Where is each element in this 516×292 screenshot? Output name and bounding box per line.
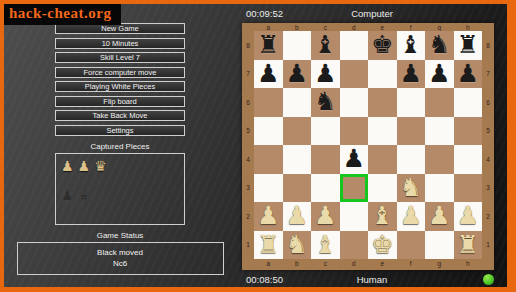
- settings-button[interactable]: Settings: [55, 125, 185, 136]
- square-b8[interactable]: [283, 31, 312, 60]
- coord-label-8: 8: [482, 31, 494, 60]
- piece-black-pawn: ♟: [283, 60, 312, 89]
- human-turn-slot: [448, 274, 508, 285]
- piece-black-pawn: ♟: [397, 60, 426, 89]
- piece-white-pawn: ♟: [311, 202, 340, 231]
- square-e4[interactable]: [368, 145, 397, 174]
- piece-black-pawn: ♟: [340, 145, 369, 174]
- rank-labels-right: 87654321: [482, 31, 494, 259]
- flip-board-button[interactable]: Flip board: [55, 96, 185, 107]
- square-g6[interactable]: [425, 88, 454, 117]
- piece-white-knight: ♞: [283, 231, 312, 260]
- coord-label-g: g: [425, 259, 454, 270]
- piece-white-bishop: ♝: [368, 202, 397, 231]
- square-g2[interactable]: ♟: [425, 202, 454, 231]
- app-window: hack-cheat.org New Game10 MinutesSkill L…: [0, 0, 516, 292]
- square-a3[interactable]: [254, 174, 283, 203]
- coord-label-1: 1: [482, 231, 494, 260]
- square-e8[interactable]: ♚: [368, 31, 397, 60]
- square-b6[interactable]: [283, 88, 312, 117]
- square-b7[interactable]: ♟: [283, 60, 312, 89]
- square-c1[interactable]: ♝: [311, 231, 340, 260]
- human-clock-row: 00:08:50 Human: [236, 270, 508, 289]
- coord-label-c: c: [311, 259, 340, 270]
- coord-label-5: 5: [242, 117, 254, 146]
- computer-label: Computer: [296, 8, 448, 19]
- square-g5[interactable]: [425, 117, 454, 146]
- piece-black-knight: ♞: [425, 31, 454, 60]
- square-d5[interactable]: [340, 117, 369, 146]
- 10-minutes-button[interactable]: 10 Minutes: [55, 38, 185, 49]
- square-h8[interactable]: ♜: [454, 31, 483, 60]
- captured-black-pawn: ♟: [61, 188, 74, 203]
- piece-white-knight: ♞: [397, 174, 426, 203]
- square-c3[interactable]: [311, 174, 340, 203]
- square-f7[interactable]: ♟: [397, 60, 426, 89]
- computer-clock-row: 00:09:52 Computer: [236, 4, 508, 23]
- square-h1[interactable]: ♜: [454, 231, 483, 260]
- game-status-box: Black moved Nc6: [17, 242, 224, 275]
- sidebar: New Game10 MinutesSkill Level 7Force com…: [4, 4, 236, 287]
- coord-label-2: 2: [482, 202, 494, 231]
- piece-white-bishop: ♝: [311, 231, 340, 260]
- coord-label-2: 2: [242, 202, 254, 231]
- captured-white-pawn: ♟: [61, 159, 74, 174]
- square-a4[interactable]: [254, 145, 283, 174]
- board-squares: ♜♝♚♝♞♜♟♟♟♟♟♟♞♟♞♟♟♟♝♟♟♟♜♞♝♚♜: [254, 31, 482, 259]
- coord-label-3: 3: [482, 174, 494, 203]
- piece-white-pawn: ♟: [425, 202, 454, 231]
- square-e7[interactable]: [368, 60, 397, 89]
- piece-white-pawn: ♟: [254, 202, 283, 231]
- square-a1[interactable]: ♜: [254, 231, 283, 260]
- computer-clock: 00:09:52: [236, 8, 296, 19]
- coord-label-6: 6: [482, 88, 494, 117]
- coord-label-d: d: [340, 259, 369, 270]
- square-g7[interactable]: ♟: [425, 60, 454, 89]
- square-c4[interactable]: [311, 145, 340, 174]
- menu-buttons: New Game10 MinutesSkill Level 7Force com…: [4, 23, 236, 136]
- game-status-label: Game Status: [4, 231, 236, 240]
- square-a6[interactable]: [254, 88, 283, 117]
- square-c8[interactable]: ♝: [311, 31, 340, 60]
- captured-white-pieces: ♟♟♛: [61, 158, 184, 174]
- square-g1[interactable]: [425, 231, 454, 260]
- square-e5[interactable]: [368, 117, 397, 146]
- captured-black-queen: ♛: [78, 188, 91, 203]
- coord-label-4: 4: [242, 145, 254, 174]
- piece-white-rook: ♜: [454, 231, 483, 260]
- square-e2[interactable]: ♝: [368, 202, 397, 231]
- square-f1[interactable]: [397, 231, 426, 260]
- square-a5[interactable]: [254, 117, 283, 146]
- captured-black-pieces: ♟♛: [61, 187, 184, 203]
- square-a2[interactable]: ♟: [254, 202, 283, 231]
- captured-pieces-box: ♟♟♛ ♟♛: [55, 153, 185, 225]
- square-b5[interactable]: [283, 117, 312, 146]
- coord-label-e: e: [368, 259, 397, 270]
- force-computer-move-button[interactable]: Force computer move: [55, 67, 185, 78]
- piece-white-pawn: ♟: [283, 202, 312, 231]
- captured-white-pawn: ♟: [78, 159, 91, 174]
- piece-black-rook: ♜: [454, 31, 483, 60]
- square-d8[interactable]: [340, 31, 369, 60]
- captured-pieces-label: Captured Pieces: [4, 142, 236, 151]
- piece-white-king: ♚: [368, 231, 397, 260]
- coord-label-8: 8: [242, 31, 254, 60]
- square-h3[interactable]: [454, 174, 483, 203]
- piece-white-rook: ♜: [254, 231, 283, 260]
- coord-label-1: 1: [242, 231, 254, 260]
- playing-white-pieces-button[interactable]: Playing White Pieces: [55, 81, 185, 92]
- square-h6[interactable]: [454, 88, 483, 117]
- square-c7[interactable]: ♟: [311, 60, 340, 89]
- coord-label-h: h: [454, 259, 483, 270]
- coord-label-7: 7: [242, 60, 254, 89]
- square-g3[interactable]: [425, 174, 454, 203]
- skill-level-7-button[interactable]: Skill Level 7: [55, 52, 185, 63]
- square-a7[interactable]: ♟: [254, 60, 283, 89]
- piece-black-bishop: ♝: [311, 31, 340, 60]
- square-d3[interactable]: [340, 174, 369, 203]
- square-e6[interactable]: [368, 88, 397, 117]
- square-f2[interactable]: ♟: [397, 202, 426, 231]
- piece-black-pawn: ♟: [425, 60, 454, 89]
- square-b3[interactable]: [283, 174, 312, 203]
- square-d4[interactable]: ♟: [340, 145, 369, 174]
- coord-label-4: 4: [482, 145, 494, 174]
- piece-white-pawn: ♟: [454, 202, 483, 231]
- coord-label-3: 3: [242, 174, 254, 203]
- square-f5[interactable]: [397, 117, 426, 146]
- square-b2[interactable]: ♟: [283, 202, 312, 231]
- rank-labels-left: 87654321: [242, 31, 254, 259]
- square-d7[interactable]: [340, 60, 369, 89]
- square-g8[interactable]: ♞: [425, 31, 454, 60]
- board-panel: 00:09:52 Computer abcdefgh 87654321 ♜♝♚♝…: [236, 4, 508, 287]
- coord-label-b: b: [283, 259, 312, 270]
- square-b1[interactable]: ♞: [283, 231, 312, 260]
- status-line-2: Nc6: [18, 258, 223, 269]
- square-h7[interactable]: ♟: [454, 60, 483, 89]
- status-line-1: Black moved: [18, 247, 223, 258]
- coord-label-7: 7: [482, 60, 494, 89]
- human-label: Human: [296, 274, 448, 285]
- piece-black-pawn: ♟: [454, 60, 483, 89]
- piece-black-king: ♚: [368, 31, 397, 60]
- coord-label-f: f: [397, 259, 426, 270]
- square-h5[interactable]: [454, 117, 483, 146]
- square-f4[interactable]: [397, 145, 426, 174]
- piece-black-bishop: ♝: [397, 31, 426, 60]
- coord-label-a: a: [254, 259, 283, 270]
- square-c2[interactable]: ♟: [311, 202, 340, 231]
- turn-indicator-dot: [483, 274, 494, 285]
- piece-black-pawn: ♟: [254, 60, 283, 89]
- square-f8[interactable]: ♝: [397, 31, 426, 60]
- square-e1[interactable]: ♚: [368, 231, 397, 260]
- coord-label-5: 5: [482, 117, 494, 146]
- take-back-move-button[interactable]: Take Back Move: [55, 110, 185, 121]
- file-labels-bottom: abcdefgh: [254, 259, 494, 270]
- watermark: hack-cheat.org: [3, 3, 121, 25]
- square-c6[interactable]: ♞: [311, 88, 340, 117]
- captured-white-queen: ♛: [94, 159, 107, 174]
- square-d6[interactable]: [340, 88, 369, 117]
- square-g4[interactable]: [425, 145, 454, 174]
- square-a8[interactable]: ♜: [254, 31, 283, 60]
- square-e3[interactable]: [368, 174, 397, 203]
- square-h4[interactable]: [454, 145, 483, 174]
- human-clock: 00:08:50: [236, 274, 296, 285]
- square-f6[interactable]: [397, 88, 426, 117]
- piece-black-rook: ♜: [254, 31, 283, 60]
- piece-white-pawn: ♟: [397, 202, 426, 231]
- coord-label-6: 6: [242, 88, 254, 117]
- square-f3[interactable]: ♞: [397, 174, 426, 203]
- piece-black-pawn: ♟: [311, 60, 340, 89]
- square-h2[interactable]: ♟: [454, 202, 483, 231]
- square-d1[interactable]: [340, 231, 369, 260]
- square-d2[interactable]: [340, 202, 369, 231]
- piece-black-knight: ♞: [311, 88, 340, 117]
- square-b4[interactable]: [283, 145, 312, 174]
- chess-board: abcdefgh 87654321 ♜♝♚♝♞♜♟♟♟♟♟♟♞♟♞♟♟♟♝♟♟♟…: [242, 23, 494, 270]
- square-c5[interactable]: [311, 117, 340, 146]
